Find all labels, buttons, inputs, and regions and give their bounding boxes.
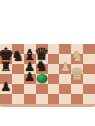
board-square-b4: [12, 84, 24, 94]
board-square-g8: [71, 44, 83, 54]
board-square-f8: [59, 44, 71, 54]
board-square-e4: [48, 84, 60, 94]
board-square-h5: [83, 74, 95, 84]
board-square-a7: [0, 54, 12, 64]
board-square-a3: [0, 94, 12, 104]
board-square-b6: [12, 64, 24, 74]
board-square-h8: [83, 44, 95, 54]
board-square-g6: [71, 64, 83, 74]
chess-photo-scene: ♚♞♝♛♜♟♞♟♟♞♟♛: [0, 0, 95, 126]
board-square-e5: [48, 74, 60, 84]
board-square-c5: [24, 74, 36, 84]
board-square-f7: [59, 54, 71, 64]
board-square-e7: [48, 54, 60, 64]
board-square-e8: [48, 44, 60, 54]
board-square-b7: [12, 54, 24, 64]
board-square-b8: [12, 44, 24, 54]
board-square-d5: [36, 74, 48, 84]
board-square-a5: [0, 74, 12, 84]
board-square-c6: [24, 64, 36, 74]
board-square-f4: [59, 84, 71, 94]
board-square-h4: [83, 84, 95, 94]
board-square-f3: [59, 94, 71, 104]
board-square-d6: [36, 64, 48, 74]
board-square-d8: [36, 44, 48, 54]
board-square-g3: [71, 94, 83, 104]
chess-board: [0, 44, 95, 104]
board-square-f6: [59, 64, 71, 74]
board-square-e6: [48, 64, 60, 74]
board-square-g4: [71, 84, 83, 94]
board-square-b3: [12, 94, 24, 104]
board-square-d3: [36, 94, 48, 104]
board-square-g5: [71, 74, 83, 84]
board-square-c3: [24, 94, 36, 104]
board-square-f5: [59, 74, 71, 84]
board-square-a4: [0, 84, 12, 94]
board-square-b5: [12, 74, 24, 84]
board-front-edge: [0, 104, 95, 107]
board-square-e3: [48, 94, 60, 104]
board-square-c8: [24, 44, 36, 54]
board-square-h6: [83, 64, 95, 74]
board-square-g7: [71, 54, 83, 64]
board-square-d7: [36, 54, 48, 64]
board-square-c4: [24, 84, 36, 94]
board-square-c7: [24, 54, 36, 64]
board-square-a6: [0, 64, 12, 74]
board-square-d4: [36, 84, 48, 94]
board-square-h3: [83, 94, 95, 104]
board-square-a8: [0, 44, 12, 54]
board-square-h7: [83, 54, 95, 64]
